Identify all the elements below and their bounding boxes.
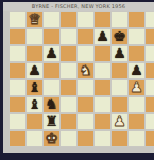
square-f6[interactable]	[94, 45, 111, 62]
square-b2[interactable]	[26, 113, 43, 130]
square-h5[interactable]: ♟	[128, 62, 145, 79]
black-pawn[interactable]: ♟	[28, 63, 41, 78]
square-f5[interactable]	[94, 62, 111, 79]
square-c8[interactable]	[43, 11, 60, 28]
clipped-edge-square	[145, 45, 154, 62]
square-b5[interactable]: ♟	[26, 62, 43, 79]
square-b4[interactable]: ♝	[26, 79, 43, 96]
chess-diagram: BYRNE - FISCHER, NEW YORK 1956 ♛♟♚♟♟♟♞♟♝…	[0, 0, 154, 160]
square-a4[interactable]	[9, 79, 26, 96]
square-e3[interactable]	[77, 96, 94, 113]
square-e7[interactable]	[77, 28, 94, 45]
square-f3[interactable]	[94, 96, 111, 113]
square-a2[interactable]	[9, 113, 26, 130]
square-a7[interactable]	[9, 28, 26, 45]
white-pawn[interactable]: ♟	[130, 80, 143, 95]
square-f7[interactable]: ♟	[94, 28, 111, 45]
clipped-edge-square	[145, 28, 154, 45]
square-g2[interactable]: ♟	[111, 113, 128, 130]
square-d2[interactable]	[60, 113, 77, 130]
square-b7[interactable]	[26, 28, 43, 45]
black-pawn[interactable]: ♟	[45, 46, 58, 61]
square-h6[interactable]	[128, 45, 145, 62]
white-king[interactable]: ♚	[45, 131, 58, 146]
chess-board: ♛♟♚♟♟♟♞♟♝♟♝♞♜♟♚	[9, 11, 154, 147]
square-g5[interactable]	[111, 62, 128, 79]
square-g1[interactable]	[111, 130, 128, 147]
square-c2[interactable]: ♜	[43, 113, 60, 130]
black-king[interactable]: ♚	[113, 29, 126, 44]
square-e2[interactable]	[77, 113, 94, 130]
white-queen[interactable]: ♛	[28, 12, 41, 27]
square-g7[interactable]: ♚	[111, 28, 128, 45]
square-a6[interactable]	[9, 45, 26, 62]
clipped-edge-square	[145, 62, 154, 79]
square-f2[interactable]	[94, 113, 111, 130]
black-bishop[interactable]: ♝	[28, 97, 41, 112]
black-pawn[interactable]: ♟	[113, 46, 126, 61]
square-e4[interactable]	[77, 79, 94, 96]
frame-left	[0, 0, 3, 160]
frame-bottom	[0, 153, 154, 160]
square-c7[interactable]	[43, 28, 60, 45]
square-f8[interactable]	[94, 11, 111, 28]
square-d6[interactable]	[60, 45, 77, 62]
square-e8[interactable]	[77, 11, 94, 28]
square-a3[interactable]	[9, 96, 26, 113]
square-d3[interactable]	[60, 96, 77, 113]
square-d7[interactable]	[60, 28, 77, 45]
square-c1[interactable]: ♚	[43, 130, 60, 147]
square-g3[interactable]	[111, 96, 128, 113]
square-a5[interactable]	[9, 62, 26, 79]
square-d4[interactable]	[60, 79, 77, 96]
clipped-edge-square	[145, 113, 154, 130]
clipped-edge-square	[145, 79, 154, 96]
square-a8[interactable]	[9, 11, 26, 28]
square-c5[interactable]	[43, 62, 60, 79]
square-g4[interactable]	[111, 79, 128, 96]
square-f1[interactable]	[94, 130, 111, 147]
square-h7[interactable]	[128, 28, 145, 45]
frame-top	[0, 0, 154, 2]
square-h2[interactable]	[128, 113, 145, 130]
game-caption: BYRNE - FISCHER, NEW YORK 1956	[3, 2, 154, 11]
square-b6[interactable]	[26, 45, 43, 62]
square-h1[interactable]	[128, 130, 145, 147]
clipped-edge-square	[145, 11, 154, 28]
square-b1[interactable]	[26, 130, 43, 147]
clipped-edge-square	[145, 96, 154, 113]
square-g8[interactable]	[111, 11, 128, 28]
square-d8[interactable]	[60, 11, 77, 28]
square-e1[interactable]	[77, 130, 94, 147]
white-pawn[interactable]: ♟	[113, 114, 126, 129]
square-h4[interactable]: ♟	[128, 79, 145, 96]
black-pawn[interactable]: ♟	[96, 29, 109, 44]
square-e6[interactable]	[77, 45, 94, 62]
square-b3[interactable]: ♝	[26, 96, 43, 113]
square-a1[interactable]	[9, 130, 26, 147]
black-pawn[interactable]: ♟	[130, 63, 143, 78]
square-d1[interactable]	[60, 130, 77, 147]
square-f4[interactable]	[94, 79, 111, 96]
black-knight[interactable]: ♞	[45, 97, 58, 112]
square-c3[interactable]: ♞	[43, 96, 60, 113]
black-bishop[interactable]: ♝	[28, 80, 41, 95]
white-knight[interactable]: ♞	[79, 63, 92, 78]
square-e5[interactable]: ♞	[77, 62, 94, 79]
square-c6[interactable]: ♟	[43, 45, 60, 62]
square-h3[interactable]	[128, 96, 145, 113]
square-b8[interactable]: ♛	[26, 11, 43, 28]
square-c4[interactable]	[43, 79, 60, 96]
square-g6[interactable]: ♟	[111, 45, 128, 62]
clipped-edge-square	[145, 130, 154, 147]
black-rook[interactable]: ♜	[45, 114, 58, 129]
square-d5[interactable]	[60, 62, 77, 79]
square-h8[interactable]	[128, 11, 145, 28]
